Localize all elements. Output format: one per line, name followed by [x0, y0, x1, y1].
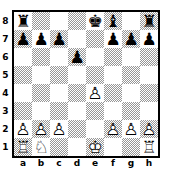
square-f2[interactable]: ♟♙ [104, 120, 122, 138]
square-f6[interactable] [104, 48, 122, 66]
piece-white-rook: ♜♖ [14, 138, 32, 156]
square-c3[interactable] [50, 102, 68, 120]
chess-board: ♜♚♝♜♟♟♟♟♟♟♟♟♙♟♙♟♙♟♙♟♙♟♙♟♙♜♖♞♘♚♔♜♖ [12, 10, 160, 158]
black-piece-glyph: ♟ [68, 48, 86, 66]
piece-white-pawn: ♟♙ [122, 120, 140, 138]
rank-label-3: 3 [0, 102, 11, 120]
white-piece-outline-glyph: ♖ [14, 138, 32, 156]
square-d7[interactable] [68, 30, 86, 48]
square-e5[interactable] [86, 66, 104, 84]
square-c8[interactable] [50, 12, 68, 30]
square-h7[interactable]: ♟ [140, 30, 158, 48]
rank-label-4: 4 [0, 84, 11, 102]
square-c5[interactable] [50, 66, 68, 84]
square-a7[interactable]: ♟ [14, 30, 32, 48]
square-a3[interactable] [14, 102, 32, 120]
square-b2[interactable]: ♟♙ [32, 120, 50, 138]
rank-label-7: 7 [0, 30, 11, 48]
piece-black-bishop: ♝ [104, 12, 122, 30]
square-e1[interactable]: ♚♔ [86, 138, 104, 156]
piece-white-rook: ♜♖ [140, 138, 158, 156]
black-piece-glyph: ♟ [32, 30, 50, 48]
piece-black-pawn: ♟ [68, 48, 86, 66]
square-e8[interactable]: ♚ [86, 12, 104, 30]
file-label-a: a [14, 157, 32, 168]
white-piece-outline-glyph: ♙ [14, 120, 32, 138]
square-g2[interactable]: ♟♙ [122, 120, 140, 138]
white-piece-outline-glyph: ♙ [50, 120, 68, 138]
black-piece-glyph: ♟ [104, 30, 122, 48]
chess-diagram: 87654321 ♜♚♝♜♟♟♟♟♟♟♟♟♙♟♙♟♙♟♙♟♙♟♙♟♙♜♖♞♘♚♔… [0, 0, 170, 170]
square-b5[interactable] [32, 66, 50, 84]
square-d8[interactable] [68, 12, 86, 30]
piece-black-rook: ♜ [14, 12, 32, 30]
rank-label-1: 1 [0, 138, 11, 156]
black-piece-glyph: ♜ [140, 12, 158, 30]
square-f1[interactable] [104, 138, 122, 156]
square-c4[interactable] [50, 84, 68, 102]
file-label-e: e [86, 157, 104, 168]
square-h4[interactable] [140, 84, 158, 102]
square-f5[interactable] [104, 66, 122, 84]
white-piece-outline-glyph: ♙ [122, 120, 140, 138]
square-a6[interactable] [14, 48, 32, 66]
piece-white-pawn: ♟♙ [86, 84, 104, 102]
black-piece-glyph: ♟ [122, 30, 140, 48]
square-c7[interactable]: ♟ [50, 30, 68, 48]
white-piece-outline-glyph: ♔ [86, 138, 104, 156]
piece-white-pawn: ♟♙ [14, 120, 32, 138]
square-f8[interactable]: ♝ [104, 12, 122, 30]
square-d2[interactable] [68, 120, 86, 138]
square-a5[interactable] [14, 66, 32, 84]
square-f3[interactable] [104, 102, 122, 120]
rank-label-2: 2 [0, 120, 11, 138]
file-label-d: d [68, 157, 86, 168]
rank-labels: 87654321 [0, 12, 11, 156]
rank-label-6: 6 [0, 48, 11, 66]
square-g3[interactable] [122, 102, 140, 120]
square-b8[interactable] [32, 12, 50, 30]
square-e4[interactable]: ♟♙ [86, 84, 104, 102]
black-piece-glyph: ♜ [14, 12, 32, 30]
white-piece-outline-glyph: ♘ [32, 138, 50, 156]
square-d3[interactable] [68, 102, 86, 120]
rank-label-8: 8 [0, 12, 11, 30]
square-h2[interactable]: ♟♙ [140, 120, 158, 138]
file-label-h: h [140, 157, 158, 168]
square-a4[interactable] [14, 84, 32, 102]
black-piece-glyph: ♟ [140, 30, 158, 48]
square-g7[interactable]: ♟ [122, 30, 140, 48]
square-h1[interactable]: ♜♖ [140, 138, 158, 156]
white-piece-outline-glyph: ♖ [140, 138, 158, 156]
square-f4[interactable] [104, 84, 122, 102]
white-piece-outline-glyph: ♙ [86, 84, 104, 102]
square-h6[interactable] [140, 48, 158, 66]
square-b4[interactable] [32, 84, 50, 102]
file-label-f: f [104, 157, 122, 168]
file-label-c: c [50, 157, 68, 168]
piece-black-pawn: ♟ [104, 30, 122, 48]
piece-black-king: ♚ [86, 12, 104, 30]
square-e6[interactable] [86, 48, 104, 66]
square-g5[interactable] [122, 66, 140, 84]
black-piece-glyph: ♚ [86, 12, 104, 30]
square-c2[interactable]: ♟♙ [50, 120, 68, 138]
black-piece-glyph: ♟ [50, 30, 68, 48]
square-a1[interactable]: ♜♖ [14, 138, 32, 156]
black-piece-glyph: ♝ [104, 12, 122, 30]
piece-white-pawn: ♟♙ [50, 120, 68, 138]
square-a8[interactable]: ♜ [14, 12, 32, 30]
square-b6[interactable] [32, 48, 50, 66]
file-labels: abcdefgh [14, 157, 158, 168]
piece-black-rook: ♜ [140, 12, 158, 30]
black-piece-glyph: ♟ [14, 30, 32, 48]
square-f7[interactable]: ♟ [104, 30, 122, 48]
piece-black-pawn: ♟ [140, 30, 158, 48]
square-h5[interactable] [140, 66, 158, 84]
square-c6[interactable] [50, 48, 68, 66]
piece-white-knight: ♞♘ [32, 138, 50, 156]
square-d5[interactable] [68, 66, 86, 84]
piece-white-king: ♚♔ [86, 138, 104, 156]
piece-black-pawn: ♟ [32, 30, 50, 48]
piece-white-pawn: ♟♙ [104, 120, 122, 138]
white-piece-outline-glyph: ♙ [140, 120, 158, 138]
square-a2[interactable]: ♟♙ [14, 120, 32, 138]
piece-black-pawn: ♟ [122, 30, 140, 48]
square-g6[interactable] [122, 48, 140, 66]
file-label-b: b [32, 157, 50, 168]
square-e3[interactable] [86, 102, 104, 120]
square-b3[interactable] [32, 102, 50, 120]
piece-black-pawn: ♟ [14, 30, 32, 48]
square-e7[interactable] [86, 30, 104, 48]
file-label-g: g [122, 157, 140, 168]
white-piece-outline-glyph: ♙ [104, 120, 122, 138]
piece-black-pawn: ♟ [50, 30, 68, 48]
white-piece-outline-glyph: ♙ [32, 120, 50, 138]
square-c1[interactable] [50, 138, 68, 156]
square-h3[interactable] [140, 102, 158, 120]
square-b1[interactable]: ♞♘ [32, 138, 50, 156]
square-d4[interactable] [68, 84, 86, 102]
piece-white-pawn: ♟♙ [140, 120, 158, 138]
square-h8[interactable]: ♜ [140, 12, 158, 30]
square-e2[interactable] [86, 120, 104, 138]
rank-label-5: 5 [0, 66, 11, 84]
square-d6[interactable]: ♟ [68, 48, 86, 66]
square-g4[interactable] [122, 84, 140, 102]
square-g8[interactable] [122, 12, 140, 30]
square-b7[interactable]: ♟ [32, 30, 50, 48]
square-g1[interactable] [122, 138, 140, 156]
square-d1[interactable] [68, 138, 86, 156]
piece-white-pawn: ♟♙ [32, 120, 50, 138]
